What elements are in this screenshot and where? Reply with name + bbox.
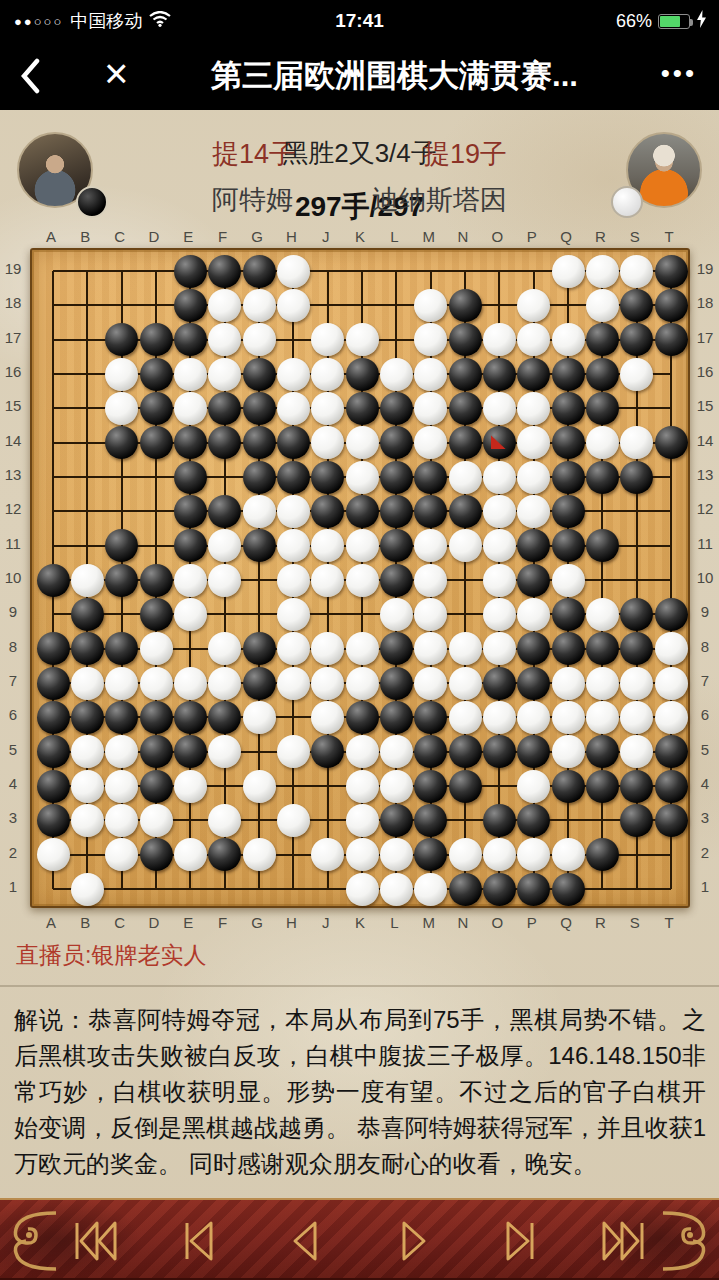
prev-move-button[interactable]	[174, 1214, 228, 1268]
stone-white	[620, 358, 653, 391]
stone-white	[586, 701, 619, 734]
stone-black	[414, 461, 447, 494]
stone-black	[552, 495, 585, 528]
status-bar: ●●○○○ 中国移动 17:41 66%	[0, 0, 719, 42]
stone-black	[71, 632, 104, 665]
stone-black	[37, 770, 70, 803]
stone-white	[311, 632, 344, 665]
stone-black	[655, 804, 688, 837]
stone-black	[105, 632, 138, 665]
stone-black	[346, 392, 379, 425]
stone-black	[655, 735, 688, 768]
stone-black	[483, 426, 516, 459]
stone-black	[140, 735, 173, 768]
stone-white	[277, 598, 310, 631]
stone-white	[346, 529, 379, 562]
stone-white	[243, 495, 276, 528]
stone-white	[483, 838, 516, 871]
stone-white	[277, 735, 310, 768]
stone-white	[174, 598, 207, 631]
stone-white	[277, 495, 310, 528]
stone-black	[174, 701, 207, 734]
stone-black	[208, 392, 241, 425]
stone-black	[208, 255, 241, 288]
stone-white	[483, 461, 516, 494]
stone-black	[140, 426, 173, 459]
app-screen: ●●○○○ 中国移动 17:41 66% × 第三届欧洲围棋大满贯赛... ••…	[0, 0, 719, 1280]
stone-white	[208, 529, 241, 562]
stone-black	[586, 632, 619, 665]
stone-black	[414, 701, 447, 734]
stone-white	[586, 598, 619, 631]
close-icon[interactable]: ×	[104, 48, 129, 100]
stone-black	[311, 461, 344, 494]
stone-black	[380, 392, 413, 425]
stone-black	[380, 495, 413, 528]
stone-black	[243, 426, 276, 459]
stone-white	[586, 426, 619, 459]
stone-black	[586, 461, 619, 494]
stone-black	[414, 770, 447, 803]
more-menu-icon[interactable]: •••	[661, 42, 697, 110]
stone-white	[208, 564, 241, 597]
stone-white	[620, 255, 653, 288]
stone-white	[380, 838, 413, 871]
stone-white	[483, 323, 516, 356]
stone-white	[449, 701, 482, 734]
stone-black	[243, 667, 276, 700]
stone-black	[552, 529, 585, 562]
stone-white	[380, 735, 413, 768]
stone-black	[140, 392, 173, 425]
stone-white	[140, 632, 173, 665]
stone-black	[552, 392, 585, 425]
charging-bolt-icon	[696, 10, 707, 33]
stone-white	[552, 701, 585, 734]
stone-white	[483, 701, 516, 734]
stone-black	[449, 426, 482, 459]
stone-black	[37, 701, 70, 734]
stone-white	[414, 529, 447, 562]
stone-black	[243, 461, 276, 494]
stone-white	[552, 735, 585, 768]
stone-white	[208, 632, 241, 665]
stone-black	[620, 598, 653, 631]
stone-black	[208, 495, 241, 528]
stone-black	[105, 564, 138, 597]
stone-white	[174, 838, 207, 871]
stone-black	[414, 838, 447, 871]
stone-black	[517, 667, 550, 700]
stone-black	[174, 495, 207, 528]
stone-black	[517, 358, 550, 391]
stone-white	[243, 838, 276, 871]
stone-white	[105, 392, 138, 425]
stone-white	[311, 392, 344, 425]
page-title: 第三届欧洲围棋大满贯赛...	[160, 42, 629, 110]
stone-black	[208, 838, 241, 871]
last-move-marker	[491, 435, 506, 449]
stone-white	[243, 701, 276, 734]
stone-black	[620, 804, 653, 837]
stone-black	[449, 289, 482, 322]
stone-white	[71, 804, 104, 837]
stone-white	[483, 632, 516, 665]
stone-white	[140, 804, 173, 837]
stone-white	[37, 838, 70, 871]
stone-white	[105, 735, 138, 768]
board-zone: ABCDEFGHJKLMNOPQRST ABCDEFGHJKLMNOPQRST …	[0, 236, 719, 936]
stone-white	[174, 358, 207, 391]
stone-white	[311, 701, 344, 734]
stone-black	[449, 873, 482, 906]
battery-icon	[658, 14, 690, 29]
stone-white	[586, 667, 619, 700]
stone-black	[174, 735, 207, 768]
stone-white	[414, 392, 447, 425]
stone-black	[71, 598, 104, 631]
stone-black	[620, 323, 653, 356]
stone-white	[586, 255, 619, 288]
scroll-ornament-icon	[2, 1205, 62, 1280]
stone-white	[71, 873, 104, 906]
stone-black	[346, 358, 379, 391]
stone-black	[140, 323, 173, 356]
stone-white	[105, 770, 138, 803]
stone-white	[414, 426, 447, 459]
white-stone-badge	[611, 186, 643, 218]
stone-black	[655, 770, 688, 803]
stone-black	[483, 667, 516, 700]
stone-white	[346, 564, 379, 597]
stone-white	[586, 289, 619, 322]
stone-black	[655, 598, 688, 631]
stone-white	[71, 564, 104, 597]
stone-white	[552, 667, 585, 700]
stone-black	[517, 804, 550, 837]
stone-black	[620, 461, 653, 494]
stone-black	[311, 735, 344, 768]
stone-black	[140, 564, 173, 597]
stone-black	[140, 598, 173, 631]
stone-white	[311, 529, 344, 562]
battery-percent-label: 66%	[616, 11, 652, 32]
back-button[interactable]	[280, 1214, 334, 1268]
stone-white	[71, 667, 104, 700]
stone-black	[655, 323, 688, 356]
stone-black	[620, 289, 653, 322]
stone-white	[346, 873, 379, 906]
stone-white	[346, 426, 379, 459]
stone-black	[449, 735, 482, 768]
stone-black	[449, 392, 482, 425]
stone-white	[346, 838, 379, 871]
stone-white	[71, 735, 104, 768]
stone-white	[243, 770, 276, 803]
stone-black	[380, 667, 413, 700]
stone-white	[414, 289, 447, 322]
stone-white	[449, 529, 482, 562]
stone-white	[655, 632, 688, 665]
stone-white	[449, 838, 482, 871]
stone-white	[414, 667, 447, 700]
stone-white	[71, 770, 104, 803]
stone-black	[243, 632, 276, 665]
stone-black	[277, 461, 310, 494]
stone-white	[311, 667, 344, 700]
stone-black	[586, 529, 619, 562]
stone-white	[655, 667, 688, 700]
stone-black	[243, 255, 276, 288]
stone-white	[620, 426, 653, 459]
stone-black	[552, 632, 585, 665]
stone-white	[517, 461, 550, 494]
stone-white	[620, 667, 653, 700]
stone-white	[277, 564, 310, 597]
playback-control-bar	[0, 1198, 719, 1280]
stone-white	[517, 770, 550, 803]
stone-white	[517, 701, 550, 734]
stone-white	[483, 598, 516, 631]
stone-black	[346, 495, 379, 528]
stone-black	[37, 804, 70, 837]
stone-white	[483, 392, 516, 425]
stone-white	[655, 701, 688, 734]
stone-white	[208, 323, 241, 356]
stone-black	[552, 358, 585, 391]
stone-white	[277, 667, 310, 700]
stone-black	[483, 735, 516, 768]
next-move-button[interactable]	[491, 1214, 545, 1268]
stone-black	[586, 323, 619, 356]
stone-black	[380, 426, 413, 459]
stone-black	[552, 426, 585, 459]
stone-black	[380, 701, 413, 734]
stone-white	[449, 667, 482, 700]
stone-black	[311, 495, 344, 528]
stone-black	[105, 323, 138, 356]
stone-black	[105, 426, 138, 459]
stone-white	[517, 392, 550, 425]
stone-black	[586, 392, 619, 425]
white-player-name: 迪纳斯塔因	[372, 182, 507, 218]
nav-bar: × 第三届欧洲围棋大满贯赛... •••	[0, 42, 719, 110]
stone-black	[174, 255, 207, 288]
divider	[0, 985, 719, 987]
stone-black	[449, 770, 482, 803]
stone-black	[586, 770, 619, 803]
stone-black	[414, 495, 447, 528]
stone-white	[277, 392, 310, 425]
stone-white	[414, 323, 447, 356]
broadcaster-label: 直播员:银牌老实人	[16, 940, 206, 971]
stone-white	[483, 564, 516, 597]
stone-black	[380, 529, 413, 562]
stone-black	[174, 289, 207, 322]
stone-black	[174, 461, 207, 494]
stone-white	[380, 770, 413, 803]
stone-black	[243, 529, 276, 562]
stone-white	[346, 461, 379, 494]
stone-white	[483, 495, 516, 528]
stone-white	[174, 392, 207, 425]
stone-black	[174, 426, 207, 459]
stone-black	[620, 632, 653, 665]
stone-white	[620, 735, 653, 768]
stone-white	[105, 804, 138, 837]
stone-white	[517, 289, 550, 322]
stone-white	[208, 289, 241, 322]
stone-black	[586, 735, 619, 768]
stone-white	[380, 873, 413, 906]
stone-black	[380, 804, 413, 837]
stone-black	[414, 735, 447, 768]
stone-white	[380, 358, 413, 391]
stone-white	[311, 564, 344, 597]
stone-black	[208, 426, 241, 459]
stone-white	[208, 735, 241, 768]
stone-white	[517, 426, 550, 459]
stone-white	[552, 323, 585, 356]
stone-black	[552, 873, 585, 906]
forward-button[interactable]	[385, 1214, 439, 1268]
stone-white	[243, 289, 276, 322]
stone-white	[311, 323, 344, 356]
stone-black	[552, 461, 585, 494]
stone-white	[414, 632, 447, 665]
stone-white	[277, 529, 310, 562]
stone-black	[517, 529, 550, 562]
go-to-end-button[interactable]	[597, 1214, 651, 1268]
stone-white	[243, 323, 276, 356]
stone-white	[140, 667, 173, 700]
stone-black	[174, 529, 207, 562]
stone-white	[620, 701, 653, 734]
stone-black	[105, 529, 138, 562]
stone-white	[346, 804, 379, 837]
stone-white	[277, 255, 310, 288]
stone-white	[517, 495, 550, 528]
stone-white	[174, 667, 207, 700]
stone-white	[517, 838, 550, 871]
stone-white	[346, 735, 379, 768]
stone-white	[449, 461, 482, 494]
stone-white	[208, 358, 241, 391]
stone-black	[655, 426, 688, 459]
stone-black	[37, 667, 70, 700]
clock: 17:41	[0, 10, 719, 32]
stone-white	[174, 564, 207, 597]
stone-white	[552, 838, 585, 871]
stone-black	[174, 323, 207, 356]
stone-black	[517, 873, 550, 906]
go-board[interactable]	[30, 248, 690, 908]
stone-white	[414, 358, 447, 391]
stone-black	[105, 701, 138, 734]
stone-black	[208, 701, 241, 734]
stone-white	[552, 255, 585, 288]
stone-white	[414, 873, 447, 906]
stone-black	[655, 255, 688, 288]
game-result-label: 黑胜2又3/4子	[0, 136, 719, 171]
stone-black	[380, 461, 413, 494]
back-chevron-icon[interactable]	[20, 58, 40, 98]
go-to-start-button[interactable]	[68, 1214, 122, 1268]
stone-black	[620, 770, 653, 803]
stone-white	[208, 804, 241, 837]
stone-white	[517, 323, 550, 356]
stone-black	[552, 598, 585, 631]
stone-white	[517, 598, 550, 631]
stone-black	[449, 358, 482, 391]
stone-black	[483, 873, 516, 906]
stone-white	[105, 667, 138, 700]
stone-black	[346, 701, 379, 734]
stone-black	[586, 358, 619, 391]
stone-black	[552, 770, 585, 803]
stone-black	[37, 735, 70, 768]
stone-black	[140, 358, 173, 391]
stone-black	[380, 632, 413, 665]
stone-white	[208, 667, 241, 700]
stone-black	[140, 838, 173, 871]
stone-black	[37, 564, 70, 597]
stone-black	[449, 495, 482, 528]
stone-black	[380, 564, 413, 597]
stone-white	[105, 838, 138, 871]
stone-black	[483, 804, 516, 837]
stone-black	[655, 289, 688, 322]
stone-white	[346, 770, 379, 803]
stone-black	[483, 358, 516, 391]
commentary-text: 解说：恭喜阿特姆夺冠，本局从布局到75手，黑棋局势不错。之后黑棋攻击失败被白反攻…	[14, 1002, 706, 1182]
stone-white	[174, 770, 207, 803]
stone-white	[449, 632, 482, 665]
board-grid[interactable]	[53, 271, 671, 889]
stone-black	[140, 770, 173, 803]
stone-white	[311, 838, 344, 871]
stone-white	[277, 358, 310, 391]
stone-black	[517, 564, 550, 597]
stone-white	[277, 289, 310, 322]
stone-black	[517, 632, 550, 665]
stone-white	[277, 632, 310, 665]
stone-black	[71, 701, 104, 734]
stone-white	[414, 598, 447, 631]
stone-white	[380, 598, 413, 631]
stone-black	[140, 701, 173, 734]
stone-white	[414, 564, 447, 597]
stone-white	[552, 564, 585, 597]
stone-black	[277, 426, 310, 459]
stone-white	[311, 426, 344, 459]
stone-white	[346, 632, 379, 665]
stone-black	[517, 735, 550, 768]
stone-white	[311, 358, 344, 391]
players-panel: 提14子 阿特姆 黑胜2又3/4子 297手/297 提19子 迪纳斯塔因	[0, 110, 719, 236]
stone-white	[346, 323, 379, 356]
stone-black	[449, 323, 482, 356]
stone-black	[414, 804, 447, 837]
stone-black	[37, 632, 70, 665]
stone-black	[243, 358, 276, 391]
stone-white	[105, 358, 138, 391]
stone-white	[483, 529, 516, 562]
white-captures-label: 提19子	[423, 136, 507, 172]
scroll-ornament-icon	[657, 1205, 717, 1280]
stone-white	[346, 667, 379, 700]
stone-black	[586, 838, 619, 871]
